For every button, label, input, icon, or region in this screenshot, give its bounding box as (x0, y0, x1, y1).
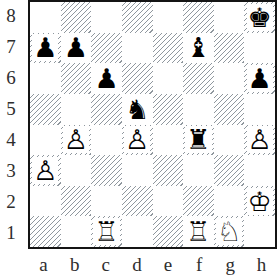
file-label-b: b (59, 249, 90, 280)
rank-label-5: 5 (0, 93, 28, 124)
square-h6[interactable]: ♟ (244, 63, 275, 94)
square-g1[interactable]: ♘ (214, 216, 245, 247)
square-b5[interactable] (61, 94, 92, 125)
square-h5[interactable] (244, 94, 275, 125)
square-d7[interactable] (122, 33, 153, 64)
black-bishop[interactable]: ♝ (183, 33, 214, 64)
rank-labels: 87654321 (0, 0, 28, 249)
black-pawn-glyph: ♟ (93, 65, 119, 92)
square-g2[interactable] (214, 186, 245, 217)
square-a1[interactable] (30, 216, 61, 247)
square-e6[interactable] (153, 63, 184, 94)
file-labels: abcdefgh (28, 249, 277, 280)
black-knight-glyph: ♞ (124, 96, 150, 123)
square-d5[interactable]: ♞ (122, 94, 153, 125)
square-d1[interactable] (122, 216, 153, 247)
square-f8[interactable] (183, 2, 214, 33)
white-knight[interactable]: ♘ (214, 216, 245, 247)
square-a8[interactable] (30, 2, 61, 33)
file-label-e: e (153, 249, 184, 280)
square-b8[interactable] (61, 2, 92, 33)
square-c1[interactable]: ♖ (91, 216, 122, 247)
rank-label-3: 3 (0, 156, 28, 187)
black-knight[interactable]: ♞ (122, 94, 153, 125)
square-e3[interactable] (153, 155, 184, 186)
white-king-glyph: ♔ (247, 188, 273, 215)
white-rook-glyph: ♖ (93, 218, 119, 245)
rank-label-8: 8 (0, 0, 28, 31)
square-g6[interactable] (214, 63, 245, 94)
square-f3[interactable] (183, 155, 214, 186)
square-a7[interactable]: ♟ (30, 33, 61, 64)
square-c6[interactable]: ♟ (91, 63, 122, 94)
square-f6[interactable] (183, 63, 214, 94)
white-rook[interactable]: ♖ (183, 216, 214, 247)
white-pawn[interactable]: ♙ (122, 125, 153, 156)
square-d8[interactable] (122, 2, 153, 33)
black-king-glyph: ♚ (247, 4, 273, 31)
file-label-d: d (121, 249, 152, 280)
square-c2[interactable] (91, 186, 122, 217)
square-e5[interactable] (153, 94, 184, 125)
square-a5[interactable] (30, 94, 61, 125)
square-e4[interactable] (153, 125, 184, 156)
white-pawn-glyph: ♙ (32, 157, 58, 184)
square-c3[interactable] (91, 155, 122, 186)
square-b7[interactable]: ♟ (61, 33, 92, 64)
square-c5[interactable] (91, 94, 122, 125)
rank-label-7: 7 (0, 31, 28, 62)
square-e2[interactable] (153, 186, 184, 217)
chess-board: ♚♟♟♝♟♟♞♙♙♜♙♙♔♖♖♘ (28, 0, 277, 249)
square-h8[interactable]: ♚ (244, 2, 275, 33)
black-pawn[interactable]: ♟ (61, 33, 92, 64)
square-g5[interactable] (214, 94, 245, 125)
white-pawn-glyph: ♙ (247, 126, 273, 153)
white-knight-glyph: ♘ (216, 218, 242, 245)
black-pawn[interactable]: ♟ (244, 63, 275, 94)
black-king[interactable]: ♚ (244, 2, 275, 33)
square-e8[interactable] (153, 2, 184, 33)
file-label-a: a (28, 249, 59, 280)
square-g8[interactable] (214, 2, 245, 33)
square-f5[interactable] (183, 94, 214, 125)
white-rook-glyph: ♖ (185, 218, 211, 245)
rank-label-1: 1 (0, 218, 28, 249)
white-pawn[interactable]: ♙ (61, 125, 92, 156)
black-pawn[interactable]: ♟ (30, 33, 61, 64)
square-d2[interactable] (122, 186, 153, 217)
black-pawn[interactable]: ♟ (91, 63, 122, 94)
square-a2[interactable] (30, 186, 61, 217)
square-g4[interactable] (214, 125, 245, 156)
square-d6[interactable] (122, 63, 153, 94)
white-pawn[interactable]: ♙ (244, 125, 275, 156)
file-label-c: c (90, 249, 121, 280)
white-pawn[interactable]: ♙ (30, 155, 61, 186)
black-pawn-glyph: ♟ (32, 34, 58, 61)
square-h7[interactable] (244, 33, 275, 64)
square-h3[interactable] (244, 155, 275, 186)
square-b1[interactable] (61, 216, 92, 247)
black-pawn-glyph: ♟ (63, 34, 89, 61)
square-g7[interactable] (214, 33, 245, 64)
square-f1[interactable]: ♖ (183, 216, 214, 247)
square-c4[interactable] (91, 125, 122, 156)
chess-diagram: 87654321 ♚♟♟♝♟♟♞♙♙♜♙♙♔♖♖♘ abcdefgh (0, 0, 279, 280)
square-a3[interactable]: ♙ (30, 155, 61, 186)
square-b2[interactable] (61, 186, 92, 217)
square-a4[interactable] (30, 125, 61, 156)
square-h4[interactable]: ♙ (244, 125, 275, 156)
file-label-g: g (215, 249, 246, 280)
white-king[interactable]: ♔ (244, 186, 275, 217)
square-h1[interactable] (244, 216, 275, 247)
square-e1[interactable] (153, 216, 184, 247)
rank-label-2: 2 (0, 187, 28, 218)
square-b4[interactable]: ♙ (61, 125, 92, 156)
square-b3[interactable] (61, 155, 92, 186)
square-d3[interactable] (122, 155, 153, 186)
rank-label-6: 6 (0, 62, 28, 93)
square-f2[interactable] (183, 186, 214, 217)
white-rook[interactable]: ♖ (91, 216, 122, 247)
white-pawn-glyph: ♙ (124, 126, 150, 153)
black-pawn-glyph: ♟ (247, 65, 273, 92)
rank-label-4: 4 (0, 125, 28, 156)
square-c7[interactable] (91, 33, 122, 64)
square-b6[interactable] (61, 63, 92, 94)
black-bishop-glyph: ♝ (185, 34, 211, 61)
square-f4[interactable]: ♜ (183, 125, 214, 156)
square-f7[interactable]: ♝ (183, 33, 214, 64)
file-label-h: h (246, 249, 277, 280)
square-c8[interactable] (91, 2, 122, 33)
square-e7[interactable] (153, 33, 184, 64)
square-h2[interactable]: ♔ (244, 186, 275, 217)
white-pawn-glyph: ♙ (63, 126, 89, 153)
square-g3[interactable] (214, 155, 245, 186)
square-d4[interactable]: ♙ (122, 125, 153, 156)
file-label-f: f (184, 249, 215, 280)
black-rook[interactable]: ♜ (183, 125, 214, 156)
square-a6[interactable] (30, 63, 61, 94)
black-rook-glyph: ♜ (185, 126, 211, 153)
